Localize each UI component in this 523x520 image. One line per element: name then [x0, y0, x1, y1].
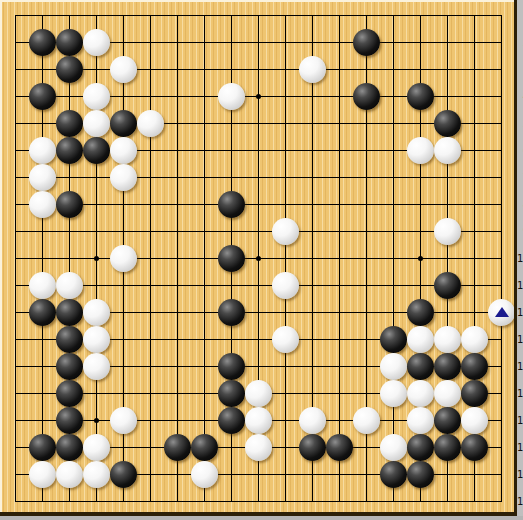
- black-stone: [461, 380, 488, 407]
- black-stone: [407, 353, 434, 380]
- black-stone: [407, 83, 434, 110]
- black-stone: [56, 56, 83, 83]
- row-number-label: 13: [517, 334, 523, 346]
- black-stone: [299, 434, 326, 461]
- black-stone: [353, 29, 380, 56]
- row-number-label: 8: [517, 199, 523, 211]
- row-number-label: 15: [517, 388, 523, 400]
- window-border-bottom: [0, 516, 523, 520]
- black-stone: [218, 191, 245, 218]
- row-number-label: 19: [517, 496, 523, 508]
- white-stone: [434, 380, 461, 407]
- black-stone: [434, 272, 461, 299]
- black-stone: [29, 434, 56, 461]
- black-stone: [56, 299, 83, 326]
- black-stone: [407, 434, 434, 461]
- black-stone: [191, 434, 218, 461]
- row-number-label: 11: [517, 280, 523, 292]
- white-stone: [380, 380, 407, 407]
- white-stone: [380, 353, 407, 380]
- star-point: [256, 94, 261, 99]
- row-number-label: 12: [517, 307, 523, 319]
- white-stone: [83, 353, 110, 380]
- black-stone: [461, 434, 488, 461]
- triangle-marker: [495, 307, 509, 317]
- white-stone: [380, 434, 407, 461]
- white-stone: [29, 137, 56, 164]
- star-point: [94, 256, 99, 261]
- grid-line-h: [15, 285, 502, 286]
- black-stone: [218, 353, 245, 380]
- black-stone: [353, 83, 380, 110]
- white-stone: [461, 326, 488, 353]
- white-stone: [137, 110, 164, 137]
- white-stone: [272, 326, 299, 353]
- black-stone: [434, 353, 461, 380]
- black-stone: [29, 299, 56, 326]
- row-number-label: 10: [517, 253, 523, 265]
- row-number-label: 1: [517, 10, 523, 22]
- row-number-label: 16: [517, 415, 523, 427]
- white-stone: [29, 461, 56, 488]
- white-stone: [56, 272, 83, 299]
- black-stone: [407, 299, 434, 326]
- white-stone: [434, 218, 461, 245]
- go-client-window: 12345678910111213141516171819: [0, 0, 523, 520]
- white-stone: [434, 326, 461, 353]
- grid-line-v: [285, 15, 286, 502]
- black-stone: [407, 461, 434, 488]
- white-stone: [83, 83, 110, 110]
- black-stone: [434, 110, 461, 137]
- white-stone: [434, 137, 461, 164]
- white-stone: [110, 137, 137, 164]
- white-stone: [245, 380, 272, 407]
- black-stone: [434, 434, 461, 461]
- white-stone: [353, 407, 380, 434]
- row-number-label: 6: [517, 145, 523, 157]
- black-stone: [56, 353, 83, 380]
- white-stone: [272, 272, 299, 299]
- black-stone: [164, 434, 191, 461]
- white-stone: [461, 407, 488, 434]
- black-stone: [56, 191, 83, 218]
- row-number-label: 17: [517, 442, 523, 454]
- white-stone: [488, 299, 515, 326]
- black-stone: [56, 326, 83, 353]
- white-stone: [218, 83, 245, 110]
- black-stone: [218, 245, 245, 272]
- go-board[interactable]: [0, 0, 517, 513]
- white-stone: [245, 407, 272, 434]
- grid-line-v: [501, 15, 502, 502]
- white-stone: [29, 164, 56, 191]
- white-stone: [407, 137, 434, 164]
- white-stone: [29, 191, 56, 218]
- star-point: [256, 256, 261, 261]
- row-number-label: 5: [517, 118, 523, 130]
- grid-line-v: [339, 15, 340, 502]
- black-stone: [380, 326, 407, 353]
- black-stone: [83, 137, 110, 164]
- white-stone: [83, 434, 110, 461]
- white-stone: [299, 407, 326, 434]
- white-stone: [110, 407, 137, 434]
- black-stone: [56, 137, 83, 164]
- row-number-label: 18: [517, 469, 523, 481]
- star-point: [94, 418, 99, 423]
- black-stone: [56, 407, 83, 434]
- row-number-label: 9: [517, 226, 523, 238]
- black-stone: [110, 110, 137, 137]
- black-stone: [461, 353, 488, 380]
- black-stone: [218, 380, 245, 407]
- white-stone: [245, 434, 272, 461]
- black-stone: [326, 434, 353, 461]
- black-stone: [56, 110, 83, 137]
- grid-line-h: [15, 501, 502, 502]
- row-number-label: 4: [517, 91, 523, 103]
- star-point: [418, 256, 423, 261]
- white-stone: [83, 110, 110, 137]
- row-number-label: 2: [517, 37, 523, 49]
- white-stone: [191, 461, 218, 488]
- row-number-label: 7: [517, 172, 523, 184]
- black-stone: [218, 407, 245, 434]
- white-stone: [110, 56, 137, 83]
- grid-line-v: [393, 15, 394, 502]
- white-stone: [407, 326, 434, 353]
- white-stone: [110, 164, 137, 191]
- row-number-label: 3: [517, 64, 523, 76]
- window-edge-top: [0, 0, 523, 2]
- black-stone: [56, 434, 83, 461]
- black-stone: [29, 83, 56, 110]
- white-stone: [83, 299, 110, 326]
- black-stone: [218, 299, 245, 326]
- white-stone: [29, 272, 56, 299]
- black-stone: [29, 29, 56, 56]
- row-number-label: 14: [517, 361, 523, 373]
- white-stone: [407, 380, 434, 407]
- window-edge-left: [0, 0, 2, 513]
- white-stone: [407, 407, 434, 434]
- black-stone: [110, 461, 137, 488]
- white-stone: [83, 326, 110, 353]
- white-stone: [299, 56, 326, 83]
- white-stone: [83, 461, 110, 488]
- white-stone: [110, 245, 137, 272]
- white-stone: [56, 461, 83, 488]
- black-stone: [434, 407, 461, 434]
- black-stone: [380, 461, 407, 488]
- black-stone: [56, 29, 83, 56]
- white-stone: [272, 218, 299, 245]
- black-stone: [56, 380, 83, 407]
- white-stone: [83, 29, 110, 56]
